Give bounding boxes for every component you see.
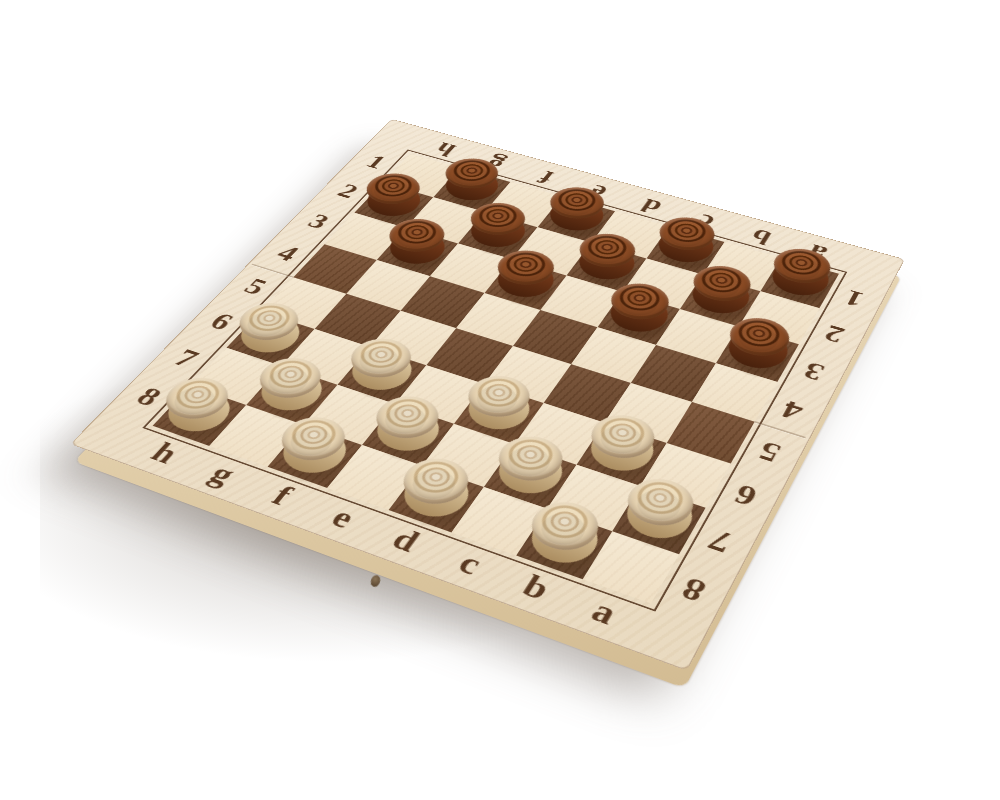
playing-field: ●●●●●●●●●●●●●●●●●●●●●●●● bbox=[153, 154, 839, 604]
scene-3d: hgfedcba hgfedcba 12345678 12345678 ●●●●… bbox=[0, 0, 1000, 800]
product-photo-stage: hgfedcba hgfedcba 12345678 12345678 ●●●●… bbox=[0, 0, 1000, 800]
checkers-board: hgfedcba hgfedcba 12345678 12345678 ●●●●… bbox=[70, 119, 905, 671]
